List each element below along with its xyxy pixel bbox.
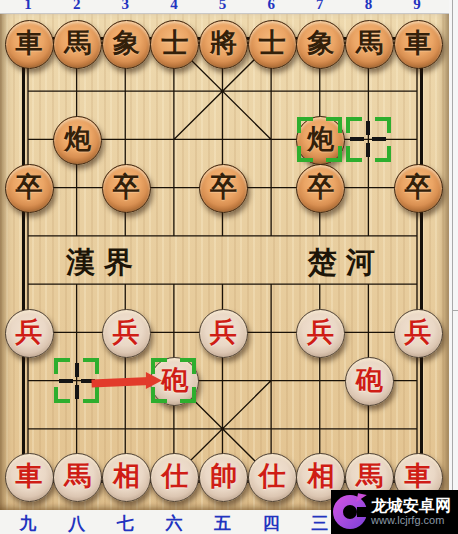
piece-black-horse[interactable]: 馬 <box>345 20 394 69</box>
piece-character: 兵 <box>210 319 237 346</box>
piece-character: 砲 <box>161 367 188 394</box>
piece-character: 相 <box>113 463 140 490</box>
piece-character: 兵 <box>307 319 334 346</box>
piece-red-elephant[interactable]: 相 <box>102 453 151 502</box>
piece-character: 兵 <box>16 319 43 346</box>
piece-black-soldier[interactable]: 卒 <box>394 164 443 213</box>
file-numbers-top: 123456789 <box>0 0 458 14</box>
piece-character: 卒 <box>210 174 237 201</box>
piece-red-soldier[interactable]: 兵 <box>394 309 443 358</box>
piece-character: 相 <box>307 463 334 490</box>
piece-black-soldier[interactable]: 卒 <box>5 164 54 213</box>
piece-character: 士 <box>161 30 188 57</box>
file-number-bottom-7: 三 <box>311 512 328 534</box>
file-number-top-2: 2 <box>73 0 81 13</box>
piece-character: 馬 <box>356 463 383 490</box>
piece-black-cannon[interactable]: 炮 <box>53 116 102 165</box>
piece-black-advisor[interactable]: 士 <box>150 20 199 69</box>
piece-character: 卒 <box>405 174 432 201</box>
piece-character: 士 <box>259 30 286 57</box>
file-number-bottom-2: 八 <box>68 512 85 534</box>
piece-character: 馬 <box>64 30 91 57</box>
piece-character: 象 <box>307 30 334 57</box>
piece-character: 車 <box>16 30 43 57</box>
piece-character: 象 <box>113 30 140 57</box>
river-label-left: 漢界 <box>66 243 142 283</box>
window-right-edge <box>449 0 458 534</box>
piece-character: 將 <box>210 30 237 57</box>
piece-character: 帥 <box>210 463 237 490</box>
piece-red-cannon[interactable]: 砲 <box>345 357 394 406</box>
piece-character: 兵 <box>113 319 140 346</box>
piece-character: 卒 <box>16 174 43 201</box>
file-number-top-1: 1 <box>24 0 32 13</box>
piece-character: 兵 <box>405 319 432 346</box>
piece-red-soldier[interactable]: 兵 <box>5 309 54 358</box>
piece-black-general[interactable]: 將 <box>199 20 248 69</box>
piece-character: 卒 <box>113 174 140 201</box>
piece-red-soldier[interactable]: 兵 <box>102 309 151 358</box>
piece-black-chariot[interactable]: 車 <box>5 20 54 69</box>
piece-black-advisor[interactable]: 士 <box>248 20 297 69</box>
file-number-bottom-3: 七 <box>117 512 134 534</box>
piece-red-soldier[interactable]: 兵 <box>296 309 345 358</box>
watermark-banner: 龙城安卓网 www.lcjrfg.com <box>331 490 458 534</box>
watermark-site-name: 龙城安卓网 <box>371 498 451 515</box>
piece-character: 卒 <box>307 174 334 201</box>
file-number-bottom-6: 四 <box>263 512 280 534</box>
piece-black-elephant[interactable]: 象 <box>296 20 345 69</box>
file-number-bottom-5: 五 <box>214 512 231 534</box>
piece-character: 車 <box>405 463 432 490</box>
xiangqi-app-window: 漢界 楚河 123456789 九八七六五四三二一 車馬象士將士象馬車炮炮卒卒卒… <box>0 0 458 534</box>
file-number-top-9: 9 <box>413 0 421 13</box>
piece-black-cannon[interactable]: 炮 <box>296 116 345 165</box>
file-number-top-7: 7 <box>316 0 324 13</box>
piece-black-horse[interactable]: 馬 <box>53 20 102 69</box>
piece-character: 仕 <box>161 463 188 490</box>
piece-character: 馬 <box>356 30 383 57</box>
piece-character: 車 <box>405 30 432 57</box>
piece-character: 砲 <box>356 367 383 394</box>
file-number-bottom-1: 九 <box>20 512 37 534</box>
piece-character: 馬 <box>64 463 91 490</box>
piece-red-soldier[interactable]: 兵 <box>199 309 248 358</box>
piece-character: 車 <box>16 463 43 490</box>
piece-black-soldier[interactable]: 卒 <box>102 164 151 213</box>
file-number-bottom-4: 六 <box>165 512 182 534</box>
dragon-logo-icon <box>333 495 367 529</box>
file-number-top-5: 5 <box>219 0 227 13</box>
piece-character: 仕 <box>259 463 286 490</box>
file-number-top-3: 3 <box>122 0 130 13</box>
river-label-right: 楚河 <box>308 243 384 283</box>
file-number-top-4: 4 <box>170 0 178 13</box>
piece-black-chariot[interactable]: 車 <box>394 20 443 69</box>
piece-red-advisor[interactable]: 仕 <box>248 453 297 502</box>
piece-character: 炮 <box>64 126 91 153</box>
piece-character: 炮 <box>307 126 334 153</box>
piece-black-soldier[interactable]: 卒 <box>199 164 248 213</box>
panel-border-tick <box>452 310 458 311</box>
piece-black-elephant[interactable]: 象 <box>102 20 151 69</box>
file-number-top-6: 6 <box>267 0 275 13</box>
panel-border <box>452 0 453 534</box>
file-number-top-8: 8 <box>365 0 373 13</box>
watermark-url: www.lcjrfg.com <box>371 515 451 527</box>
piece-red-chariot[interactable]: 車 <box>5 453 54 502</box>
